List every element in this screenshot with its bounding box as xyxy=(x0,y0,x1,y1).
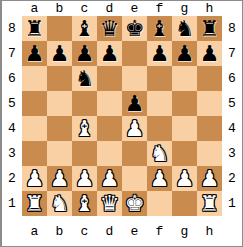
square-c2[interactable]: ♟ xyxy=(72,166,97,191)
white-pawn: ♟ xyxy=(47,166,72,191)
square-e4[interactable]: ♟ xyxy=(122,116,147,141)
black-king: ♚ xyxy=(122,16,147,41)
square-d2[interactable]: ♟ xyxy=(97,166,122,191)
black-bishop: ♝ xyxy=(147,16,172,41)
white-pawn: ♟ xyxy=(172,166,197,191)
square-a4[interactable] xyxy=(22,116,47,141)
square-e6[interactable] xyxy=(122,66,147,91)
rank-label-4: 4 xyxy=(2,116,22,141)
square-f6[interactable] xyxy=(147,66,172,91)
rank-label-1: 1 xyxy=(2,191,22,216)
square-h8[interactable]: ♜ xyxy=(197,16,222,41)
rank-label-2: 2 xyxy=(2,166,22,191)
square-a2[interactable]: ♟ xyxy=(22,166,47,191)
white-queen: ♛ xyxy=(97,191,122,216)
black-pawn: ♟ xyxy=(147,41,172,66)
square-g1[interactable] xyxy=(172,191,197,216)
square-b4[interactable] xyxy=(47,116,72,141)
square-a3[interactable] xyxy=(22,141,47,166)
rank-label-5: 5 xyxy=(2,91,22,116)
square-e2[interactable] xyxy=(122,166,147,191)
chess-board: ♜♝♛♚♝♞♜♟♟♟♟♟♟♟♞♟♝♟♞♟♟♟♟♟♟♟♜♞♝♛♚♜ xyxy=(22,16,222,216)
square-h7[interactable]: ♟ xyxy=(197,41,222,66)
square-h3[interactable] xyxy=(197,141,222,166)
black-pawn: ♟ xyxy=(97,41,122,66)
rank-label-3: 3 xyxy=(222,141,242,166)
square-c1[interactable]: ♝ xyxy=(72,191,97,216)
square-g5[interactable] xyxy=(172,91,197,116)
black-pawn: ♟ xyxy=(197,41,222,66)
square-f4[interactable] xyxy=(147,116,172,141)
square-f1[interactable] xyxy=(147,191,172,216)
white-pawn: ♟ xyxy=(197,166,222,191)
square-b2[interactable]: ♟ xyxy=(47,166,72,191)
rank-label-3: 3 xyxy=(2,141,22,166)
file-label-c: c xyxy=(72,2,97,16)
black-pawn: ♟ xyxy=(47,41,72,66)
black-knight: ♞ xyxy=(72,66,97,91)
file-label-g: g xyxy=(172,2,197,16)
square-b7[interactable]: ♟ xyxy=(47,41,72,66)
square-c5[interactable] xyxy=(72,91,97,116)
square-g6[interactable] xyxy=(172,66,197,91)
file-label-b: b xyxy=(47,2,72,16)
square-c7[interactable]: ♟ xyxy=(72,41,97,66)
white-pawn: ♟ xyxy=(22,166,47,191)
file-label-c: c xyxy=(72,225,97,239)
square-b6[interactable] xyxy=(47,66,72,91)
square-f8[interactable]: ♝ xyxy=(147,16,172,41)
file-label-a: a xyxy=(22,2,47,16)
square-a1[interactable]: ♜ xyxy=(22,191,47,216)
square-d5[interactable] xyxy=(97,91,122,116)
square-e1[interactable]: ♚ xyxy=(122,191,147,216)
file-label-f: f xyxy=(147,2,172,16)
rank-label-2: 2 xyxy=(222,166,242,191)
chess-board-panel: abcdefgh 87654321 ♜♝♛♚♝♞♜♟♟♟♟♟♟♟♞♟♝♟♞♟♟♟… xyxy=(0,0,243,247)
square-d1[interactable]: ♛ xyxy=(97,191,122,216)
square-e7[interactable] xyxy=(122,41,147,66)
white-bishop: ♝ xyxy=(72,116,97,141)
square-h6[interactable] xyxy=(197,66,222,91)
square-d3[interactable] xyxy=(97,141,122,166)
rank-label-6: 6 xyxy=(2,66,22,91)
rank-label-4: 4 xyxy=(222,116,242,141)
square-h1[interactable]: ♜ xyxy=(197,191,222,216)
square-d4[interactable] xyxy=(97,116,122,141)
white-rook: ♜ xyxy=(22,191,47,216)
square-g2[interactable]: ♟ xyxy=(172,166,197,191)
black-pawn: ♟ xyxy=(122,91,147,116)
square-b3[interactable] xyxy=(47,141,72,166)
square-g8[interactable]: ♞ xyxy=(172,16,197,41)
rank-labels-left: 87654321 xyxy=(2,16,22,216)
rank-label-1: 1 xyxy=(222,191,242,216)
black-knight: ♞ xyxy=(172,16,197,41)
rank-label-5: 5 xyxy=(222,91,242,116)
white-knight: ♞ xyxy=(147,141,172,166)
file-label-a: a xyxy=(22,225,47,239)
square-c6[interactable]: ♞ xyxy=(72,66,97,91)
file-labels-top: abcdefgh xyxy=(22,2,222,16)
white-pawn: ♟ xyxy=(122,116,147,141)
square-f5[interactable] xyxy=(147,91,172,116)
square-a7[interactable]: ♟ xyxy=(22,41,47,66)
white-pawn: ♟ xyxy=(147,166,172,191)
square-e3[interactable] xyxy=(122,141,147,166)
square-d6[interactable] xyxy=(97,66,122,91)
square-c4[interactable]: ♝ xyxy=(72,116,97,141)
black-bishop: ♝ xyxy=(72,16,97,41)
square-b8[interactable] xyxy=(47,16,72,41)
square-b1[interactable]: ♞ xyxy=(47,191,72,216)
file-label-d: d xyxy=(97,225,122,239)
black-pawn: ♟ xyxy=(172,41,197,66)
square-a5[interactable] xyxy=(22,91,47,116)
square-g7[interactable]: ♟ xyxy=(172,41,197,66)
rank-labels-right: 87654321 xyxy=(222,16,242,216)
square-h4[interactable] xyxy=(197,116,222,141)
square-c8[interactable]: ♝ xyxy=(72,16,97,41)
white-pawn: ♟ xyxy=(72,166,97,191)
file-labels-bottom: abcdefgh xyxy=(22,225,222,239)
square-f3[interactable]: ♞ xyxy=(147,141,172,166)
black-pawn: ♟ xyxy=(72,41,97,66)
white-knight: ♞ xyxy=(47,191,72,216)
rank-label-8: 8 xyxy=(2,16,22,41)
square-e8[interactable]: ♚ xyxy=(122,16,147,41)
square-d8[interactable]: ♛ xyxy=(97,16,122,41)
white-pawn: ♟ xyxy=(97,166,122,191)
rank-label-6: 6 xyxy=(222,66,242,91)
square-b5[interactable] xyxy=(47,91,72,116)
square-f2[interactable]: ♟ xyxy=(147,166,172,191)
file-label-e: e xyxy=(122,2,147,16)
file-label-d: d xyxy=(97,2,122,16)
square-h2[interactable]: ♟ xyxy=(197,166,222,191)
square-f7[interactable]: ♟ xyxy=(147,41,172,66)
file-label-f: f xyxy=(147,225,172,239)
file-label-e: e xyxy=(122,225,147,239)
black-queen: ♛ xyxy=(97,16,122,41)
square-g3[interactable] xyxy=(172,141,197,166)
rank-label-7: 7 xyxy=(222,41,242,66)
file-label-h: h xyxy=(197,2,222,16)
square-a8[interactable]: ♜ xyxy=(22,16,47,41)
white-king: ♚ xyxy=(122,191,147,216)
rank-label-8: 8 xyxy=(222,16,242,41)
square-e5[interactable]: ♟ xyxy=(122,91,147,116)
file-label-g: g xyxy=(172,225,197,239)
rank-label-7: 7 xyxy=(2,41,22,66)
file-label-h: h xyxy=(197,225,222,239)
black-rook: ♜ xyxy=(197,16,222,41)
white-bishop: ♝ xyxy=(72,191,97,216)
black-rook: ♜ xyxy=(22,16,47,41)
file-label-b: b xyxy=(47,225,72,239)
square-d7[interactable]: ♟ xyxy=(97,41,122,66)
square-a6[interactable] xyxy=(22,66,47,91)
square-g4[interactable] xyxy=(172,116,197,141)
square-h5[interactable] xyxy=(197,91,222,116)
square-c3[interactable] xyxy=(72,141,97,166)
white-rook: ♜ xyxy=(197,191,222,216)
black-pawn: ♟ xyxy=(22,41,47,66)
